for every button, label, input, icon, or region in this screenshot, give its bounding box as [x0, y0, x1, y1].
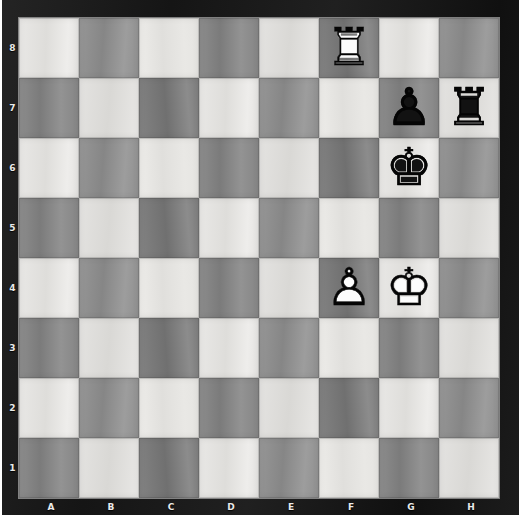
square-e3[interactable] [259, 318, 319, 378]
piece-white-pawn-f4[interactable]: ♟♙ [319, 258, 379, 318]
square-e1[interactable] [259, 438, 319, 498]
square-h1[interactable] [439, 438, 499, 498]
square-h8[interactable] [439, 18, 499, 78]
file-label-d: D [201, 498, 261, 515]
square-b1[interactable] [79, 438, 139, 498]
piece-white-rook-f8[interactable]: ♜♖ [319, 18, 379, 78]
piece-outline: ♔ [379, 138, 439, 198]
square-c3[interactable] [139, 318, 199, 378]
square-h3[interactable] [439, 318, 499, 378]
piece-outline: ♔ [379, 258, 439, 318]
square-e2[interactable] [259, 378, 319, 438]
square-e4[interactable] [259, 258, 319, 318]
square-e5[interactable] [259, 198, 319, 258]
square-d6[interactable] [199, 138, 259, 198]
file-label-f: F [321, 498, 381, 515]
square-f1[interactable] [319, 438, 379, 498]
square-h5[interactable] [439, 198, 499, 258]
piece-outline: ♙ [379, 78, 439, 138]
piece-outline: ♖ [319, 18, 379, 78]
piece-black-pawn-g7[interactable]: ♟♙ [379, 78, 439, 138]
square-e8[interactable] [259, 18, 319, 78]
square-d1[interactable] [199, 438, 259, 498]
square-d2[interactable] [199, 378, 259, 438]
square-g2[interactable] [379, 378, 439, 438]
square-h6[interactable] [439, 138, 499, 198]
square-a6[interactable] [19, 138, 79, 198]
page-background: 87654321 ABCDEFGH ♜♖♟♙♜♖♚♔♟♙♚♔ [0, 0, 519, 519]
square-e7[interactable] [259, 78, 319, 138]
file-label-b: B [81, 498, 141, 515]
square-c8[interactable] [139, 18, 199, 78]
square-d8[interactable] [199, 18, 259, 78]
square-c6[interactable] [139, 138, 199, 198]
piece-black-king-g6[interactable]: ♚♔ [379, 138, 439, 198]
square-b5[interactable] [79, 198, 139, 258]
square-a5[interactable] [19, 198, 79, 258]
square-c5[interactable] [139, 198, 199, 258]
piece-black-rook-h7[interactable]: ♜♖ [439, 78, 499, 138]
square-c4[interactable] [139, 258, 199, 318]
chess-board: ♜♖♟♙♜♖♚♔♟♙♚♔ [19, 18, 499, 498]
square-d5[interactable] [199, 198, 259, 258]
square-a3[interactable] [19, 318, 79, 378]
square-a2[interactable] [19, 378, 79, 438]
square-a1[interactable] [19, 438, 79, 498]
square-d4[interactable] [199, 258, 259, 318]
file-label-h: H [441, 498, 501, 515]
file-label-a: A [21, 498, 81, 515]
square-g5[interactable] [379, 198, 439, 258]
square-c1[interactable] [139, 438, 199, 498]
square-a7[interactable] [19, 78, 79, 138]
square-f6[interactable] [319, 138, 379, 198]
square-f3[interactable] [319, 318, 379, 378]
square-g3[interactable] [379, 318, 439, 378]
square-g8[interactable] [379, 18, 439, 78]
piece-outline: ♙ [319, 258, 379, 318]
square-c2[interactable] [139, 378, 199, 438]
file-label-e: E [261, 498, 321, 515]
square-h2[interactable] [439, 378, 499, 438]
piece-white-king-g4[interactable]: ♚♔ [379, 258, 439, 318]
piece-outline: ♖ [439, 78, 499, 138]
square-a4[interactable] [19, 258, 79, 318]
file-labels: ABCDEFGH [21, 498, 501, 515]
square-b6[interactable] [79, 138, 139, 198]
square-b2[interactable] [79, 378, 139, 438]
square-b7[interactable] [79, 78, 139, 138]
square-b8[interactable] [79, 18, 139, 78]
square-g1[interactable] [379, 438, 439, 498]
square-b4[interactable] [79, 258, 139, 318]
square-c7[interactable] [139, 78, 199, 138]
square-a8[interactable] [19, 18, 79, 78]
square-d3[interactable] [199, 318, 259, 378]
square-f2[interactable] [319, 378, 379, 438]
square-d7[interactable] [199, 78, 259, 138]
square-h4[interactable] [439, 258, 499, 318]
square-f7[interactable] [319, 78, 379, 138]
square-b3[interactable] [79, 318, 139, 378]
square-f5[interactable] [319, 198, 379, 258]
square-e6[interactable] [259, 138, 319, 198]
file-label-g: G [381, 498, 441, 515]
file-label-c: C [141, 498, 201, 515]
